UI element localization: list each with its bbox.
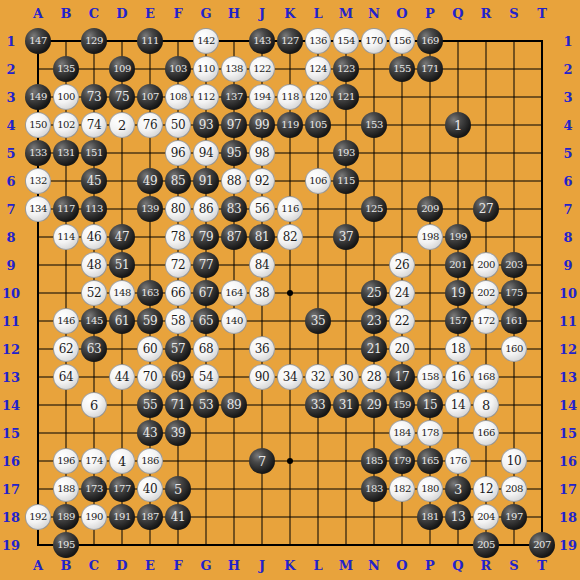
move-number: 38: [255, 287, 269, 299]
move-number: 163: [141, 288, 159, 298]
stone-o16: 179: [389, 448, 415, 474]
stone-e15: 43: [137, 420, 163, 446]
move-number: 189: [57, 512, 75, 522]
stone-g2: 110: [193, 56, 219, 82]
move-number: 89: [227, 399, 241, 411]
stone-q16: 176: [445, 448, 471, 474]
stone-r10: 202: [473, 280, 499, 306]
stone-q4: 1: [445, 112, 471, 138]
move-number: 100: [57, 92, 75, 102]
move-number: 43: [143, 427, 157, 439]
stone-q10: 19: [445, 280, 471, 306]
stone-o2: 155: [389, 56, 415, 82]
stone-p17: 180: [417, 476, 443, 502]
move-number: 65: [199, 315, 213, 327]
stone-e11: 59: [137, 308, 163, 334]
stone-p16: 165: [417, 448, 443, 474]
move-number: 190: [85, 512, 103, 522]
coord-right-14: 14: [559, 398, 577, 413]
star-point-k10: [287, 290, 293, 296]
stone-a1: 147: [25, 28, 51, 54]
move-number: 24: [395, 287, 409, 299]
move-number: 14: [451, 399, 465, 411]
coord-right-7: 7: [563, 202, 572, 217]
move-number: 41: [171, 511, 185, 523]
stone-h4: 97: [221, 112, 247, 138]
coord-left-12: 12: [2, 342, 20, 357]
move-number: 16: [451, 371, 465, 383]
coord-top-d: D: [116, 6, 127, 21]
stone-n1: 170: [361, 28, 387, 54]
stone-h10: 164: [221, 280, 247, 306]
stone-d8: 47: [109, 224, 135, 250]
stone-f9: 72: [165, 252, 191, 278]
stone-p18: 181: [417, 504, 443, 530]
stone-e12: 60: [137, 336, 163, 362]
move-number: 25: [367, 287, 381, 299]
move-number: 170: [365, 36, 383, 46]
stone-r14: 8: [473, 392, 499, 418]
move-number: 186: [141, 456, 159, 466]
coord-left-5: 5: [6, 146, 15, 161]
move-number: 44: [115, 371, 129, 383]
stone-f2: 103: [165, 56, 191, 82]
move-number: 156: [393, 36, 411, 46]
coord-top-a: A: [33, 6, 43, 21]
move-number: 60: [143, 343, 157, 355]
stone-j8: 81: [249, 224, 275, 250]
move-number: 207: [533, 540, 551, 550]
move-number: 71: [171, 399, 185, 411]
stone-g9: 77: [193, 252, 219, 278]
coord-top-t: T: [537, 6, 547, 21]
move-number: 191: [113, 512, 131, 522]
coord-top-c: C: [89, 6, 99, 21]
move-number: 64: [59, 371, 73, 383]
coord-right-3: 3: [563, 90, 572, 105]
move-number: 176: [449, 456, 467, 466]
stone-d18: 191: [109, 504, 135, 530]
move-number: 55: [143, 399, 157, 411]
move-number: 98: [255, 147, 269, 159]
move-number: 94: [199, 147, 213, 159]
move-number: 31: [339, 399, 353, 411]
stone-n16: 185: [361, 448, 387, 474]
stone-b11: 146: [53, 308, 79, 334]
move-number: 15: [423, 399, 437, 411]
goban[interactable]: 1471291111421431271361541701561691351091…: [24, 27, 556, 559]
move-number: 180: [421, 484, 439, 494]
stone-g6: 91: [193, 168, 219, 194]
coord-right-15: 15: [559, 426, 577, 441]
move-number: 149: [29, 92, 47, 102]
coord-top-h: H: [228, 6, 240, 21]
stone-f7: 80: [165, 196, 191, 222]
move-number: 121: [337, 92, 355, 102]
move-number: 37: [339, 231, 353, 243]
stone-k4: 119: [277, 112, 303, 138]
move-number: 138: [225, 64, 243, 74]
move-number: 45: [87, 175, 101, 187]
stone-k1: 127: [277, 28, 303, 54]
stone-j13: 90: [249, 364, 275, 390]
move-number: 28: [367, 371, 381, 383]
coord-left-14: 14: [2, 398, 20, 413]
stone-h5: 95: [221, 140, 247, 166]
stone-s18: 197: [501, 504, 527, 530]
move-number: 87: [227, 231, 241, 243]
move-number: 96: [171, 147, 185, 159]
stone-k8: 82: [277, 224, 303, 250]
coord-left-10: 10: [2, 286, 20, 301]
stone-b19: 195: [53, 532, 79, 558]
stone-e13: 70: [137, 364, 163, 390]
move-number: 112: [197, 92, 215, 102]
stone-f13: 69: [165, 364, 191, 390]
move-number: 105: [309, 120, 327, 130]
coord-right-8: 8: [563, 230, 572, 245]
move-number: 106: [309, 176, 327, 186]
move-number: 7: [258, 455, 266, 468]
stone-o12: 20: [389, 336, 415, 362]
stone-m13: 30: [333, 364, 359, 390]
coord-bottom-h: H: [228, 558, 240, 573]
move-number: 142: [197, 36, 215, 46]
coord-bottom-l: L: [313, 558, 322, 573]
coord-bottom-o: O: [396, 558, 407, 573]
move-number: 202: [477, 288, 495, 298]
move-number: 76: [143, 119, 157, 131]
stone-k3: 118: [277, 84, 303, 110]
move-number: 187: [141, 512, 159, 522]
move-number: 139: [141, 204, 159, 214]
move-number: 48: [87, 259, 101, 271]
stone-c7: 113: [81, 196, 107, 222]
move-number: 27: [479, 203, 493, 215]
stone-c4: 74: [81, 112, 107, 138]
coord-top-j: J: [259, 6, 265, 21]
move-number: 84: [255, 259, 269, 271]
stone-q12: 18: [445, 336, 471, 362]
stone-a4: 150: [25, 112, 51, 138]
move-number: 6: [90, 399, 98, 412]
move-number: 36: [255, 343, 269, 355]
stone-f3: 108: [165, 84, 191, 110]
stone-c18: 190: [81, 504, 107, 530]
move-number: 10: [507, 455, 521, 467]
stone-m3: 121: [333, 84, 359, 110]
coord-right-10: 10: [559, 286, 577, 301]
move-number: 158: [421, 372, 439, 382]
move-number: 129: [85, 36, 103, 46]
stone-p8: 198: [417, 224, 443, 250]
stone-l11: 35: [305, 308, 331, 334]
move-number: 205: [477, 540, 495, 550]
move-number: 172: [477, 316, 495, 326]
stone-b12: 62: [53, 336, 79, 362]
move-number: 111: [141, 36, 159, 46]
stone-m6: 115: [333, 168, 359, 194]
coord-left-11: 11: [2, 314, 20, 329]
stone-f8: 78: [165, 224, 191, 250]
stone-e18: 187: [137, 504, 163, 530]
move-number: 204: [477, 512, 495, 522]
stone-e16: 186: [137, 448, 163, 474]
move-number: 8: [482, 399, 490, 412]
move-number: 115: [337, 176, 355, 186]
move-number: 194: [253, 92, 271, 102]
stone-j9: 84: [249, 252, 275, 278]
stone-f5: 96: [165, 140, 191, 166]
coord-bottom-g: G: [200, 558, 211, 573]
stone-d11: 61: [109, 308, 135, 334]
move-number: 131: [57, 148, 75, 158]
stone-r7: 27: [473, 196, 499, 222]
coord-top-q: Q: [452, 6, 463, 21]
move-number: 19: [451, 287, 465, 299]
move-number: 175: [505, 288, 523, 298]
go-board-diagram: 1471291111421431271361541701561691351091…: [0, 0, 580, 580]
coord-bottom-r: R: [481, 558, 492, 573]
coord-top-o: O: [396, 6, 407, 21]
coord-left-6: 6: [6, 174, 15, 189]
stone-m14: 31: [333, 392, 359, 418]
stone-q18: 13: [445, 504, 471, 530]
stone-h2: 138: [221, 56, 247, 82]
stone-f15: 39: [165, 420, 191, 446]
move-number: 208: [505, 484, 523, 494]
stone-f14: 71: [165, 392, 191, 418]
move-number: 109: [113, 64, 131, 74]
move-number: 67: [199, 287, 213, 299]
coord-right-18: 18: [559, 510, 577, 525]
stone-c16: 174: [81, 448, 107, 474]
move-number: 184: [393, 428, 411, 438]
move-number: 73: [87, 91, 101, 103]
move-number: 107: [141, 92, 159, 102]
move-number: 137: [225, 92, 243, 102]
stone-h7: 83: [221, 196, 247, 222]
move-number: 119: [281, 120, 299, 130]
stone-d10: 148: [109, 280, 135, 306]
coord-left-9: 9: [6, 258, 15, 273]
move-number: 171: [421, 64, 439, 74]
coord-left-18: 18: [2, 510, 20, 525]
move-number: 61: [115, 315, 129, 327]
stone-q9: 201: [445, 252, 471, 278]
stone-a5: 133: [25, 140, 51, 166]
move-number: 33: [311, 399, 325, 411]
move-number: 169: [421, 36, 439, 46]
stone-m8: 37: [333, 224, 359, 250]
move-number: 161: [505, 316, 523, 326]
stone-j1: 143: [249, 28, 275, 54]
stone-a3: 149: [25, 84, 51, 110]
stone-e14: 55: [137, 392, 163, 418]
move-number: 188: [57, 484, 75, 494]
coord-top-p: P: [425, 6, 435, 21]
move-number: 39: [171, 427, 185, 439]
move-number: 203: [505, 260, 523, 270]
move-number: 164: [225, 288, 243, 298]
stone-h11: 140: [221, 308, 247, 334]
coord-top-b: B: [61, 6, 72, 21]
move-number: 34: [283, 371, 297, 383]
stone-h3: 137: [221, 84, 247, 110]
stone-f6: 85: [165, 168, 191, 194]
coord-right-5: 5: [563, 146, 572, 161]
stone-e17: 40: [137, 476, 163, 502]
stone-r9: 200: [473, 252, 499, 278]
coord-bottom-d: D: [116, 558, 127, 573]
stone-s16: 10: [501, 448, 527, 474]
coord-left-8: 8: [6, 230, 15, 245]
move-number: 147: [29, 36, 47, 46]
stone-m2: 123: [333, 56, 359, 82]
move-number: 2: [118, 119, 126, 132]
coord-bottom-b: B: [61, 558, 72, 573]
stone-g7: 86: [193, 196, 219, 222]
coord-top-r: R: [481, 6, 492, 21]
move-number: 20: [395, 343, 409, 355]
stone-j3: 194: [249, 84, 275, 110]
stone-j16: 7: [249, 448, 275, 474]
stone-o1: 156: [389, 28, 415, 54]
stone-g3: 112: [193, 84, 219, 110]
move-number: 3: [454, 483, 462, 496]
move-number: 69: [171, 371, 185, 383]
stone-p15: 178: [417, 420, 443, 446]
move-number: 123: [337, 64, 355, 74]
stone-n17: 183: [361, 476, 387, 502]
stone-a6: 132: [25, 168, 51, 194]
coord-top-s: S: [509, 6, 518, 21]
stone-h14: 89: [221, 392, 247, 418]
coord-top-l: L: [313, 6, 322, 21]
move-number: 1: [454, 119, 462, 132]
coord-bottom-e: E: [145, 558, 155, 573]
stone-r17: 12: [473, 476, 499, 502]
stone-p13: 158: [417, 364, 443, 390]
move-number: 93: [199, 119, 213, 131]
stone-c5: 151: [81, 140, 107, 166]
stone-j5: 98: [249, 140, 275, 166]
move-number: 59: [143, 315, 157, 327]
move-number: 51: [115, 259, 129, 271]
stone-j2: 122: [249, 56, 275, 82]
stone-n12: 21: [361, 336, 387, 362]
stone-l1: 136: [305, 28, 331, 54]
move-number: 91: [199, 175, 213, 187]
move-number: 102: [57, 120, 75, 130]
stone-j7: 56: [249, 196, 275, 222]
move-number: 57: [171, 343, 185, 355]
stone-b3: 100: [53, 84, 79, 110]
star-point-k16: [287, 458, 293, 464]
move-number: 120: [309, 92, 327, 102]
stone-s17: 208: [501, 476, 527, 502]
stone-n4: 153: [361, 112, 387, 138]
move-number: 117: [57, 204, 75, 214]
coord-right-13: 13: [559, 370, 577, 385]
stone-d9: 51: [109, 252, 135, 278]
stone-q13: 16: [445, 364, 471, 390]
move-number: 197: [505, 512, 523, 522]
move-number: 40: [143, 483, 157, 495]
coord-top-g: G: [200, 6, 211, 21]
move-number: 181: [421, 512, 439, 522]
coord-right-1: 1: [563, 34, 572, 49]
move-number: 88: [227, 175, 241, 187]
move-number: 114: [57, 232, 75, 242]
stone-n7: 125: [361, 196, 387, 222]
move-number: 183: [365, 484, 383, 494]
coord-left-16: 16: [2, 454, 20, 469]
coord-left-15: 15: [2, 426, 20, 441]
move-number: 52: [87, 287, 101, 299]
stone-j4: 99: [249, 112, 275, 138]
stone-o17: 182: [389, 476, 415, 502]
coord-left-3: 3: [6, 90, 15, 105]
stone-c6: 45: [81, 168, 107, 194]
move-number: 154: [337, 36, 355, 46]
coord-right-17: 17: [559, 482, 577, 497]
move-number: 148: [113, 288, 131, 298]
stone-l13: 32: [305, 364, 331, 390]
stone-d13: 44: [109, 364, 135, 390]
coord-left-13: 13: [2, 370, 20, 385]
move-number: 12: [479, 483, 493, 495]
move-number: 200: [477, 260, 495, 270]
stone-h8: 87: [221, 224, 247, 250]
move-number: 49: [143, 175, 157, 187]
move-number: 198: [421, 232, 439, 242]
move-number: 99: [255, 119, 269, 131]
move-number: 151: [85, 148, 103, 158]
move-number: 85: [171, 175, 185, 187]
coord-right-6: 6: [563, 174, 572, 189]
move-number: 92: [255, 175, 269, 187]
stone-o9: 26: [389, 252, 415, 278]
move-number: 53: [199, 399, 213, 411]
stone-o13: 17: [389, 364, 415, 390]
stone-g10: 67: [193, 280, 219, 306]
move-number: 5: [174, 483, 182, 496]
coord-right-9: 9: [563, 258, 572, 273]
move-number: 179: [393, 456, 411, 466]
stone-b8: 114: [53, 224, 79, 250]
coord-bottom-n: N: [368, 558, 380, 573]
stone-q8: 199: [445, 224, 471, 250]
stone-c3: 73: [81, 84, 107, 110]
move-number: 153: [365, 120, 383, 130]
move-number: 159: [393, 400, 411, 410]
move-number: 62: [59, 343, 73, 355]
stone-c14: 6: [81, 392, 107, 418]
stone-k7: 116: [277, 196, 303, 222]
move-number: 155: [393, 64, 411, 74]
stone-c8: 46: [81, 224, 107, 250]
stone-c10: 52: [81, 280, 107, 306]
move-number: 13: [451, 511, 465, 523]
move-number: 192: [29, 512, 47, 522]
stone-r18: 204: [473, 504, 499, 530]
coord-right-2: 2: [563, 62, 572, 77]
stone-t19: 207: [529, 532, 555, 558]
stone-f12: 57: [165, 336, 191, 362]
move-number: 135: [57, 64, 75, 74]
stone-d4: 2: [109, 112, 135, 138]
